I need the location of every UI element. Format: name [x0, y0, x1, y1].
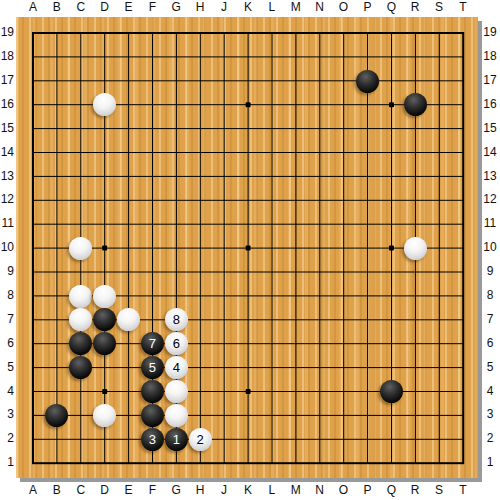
board-intersection-F2: 3 [140, 427, 164, 451]
stone-black-G2: 1 [165, 428, 188, 451]
stone-black-P17 [356, 70, 379, 93]
board-intersection-C5 [69, 356, 93, 380]
board-intersection-D6 [93, 332, 117, 356]
board-intersection-G7: 8 [164, 308, 188, 332]
coordinate-label: 9 [481, 260, 499, 284]
board-intersection-D8 [93, 284, 117, 308]
coordinate-label: 5 [0, 356, 14, 380]
stone-black-F6: 7 [141, 332, 164, 355]
column-labels-bottom: ABCDEFGHJKLMNOPQRST [21, 483, 475, 498]
board-intersection-C10 [69, 236, 93, 260]
stone-white-C10 [69, 237, 92, 260]
coordinate-label: 7 [0, 308, 14, 332]
board-intersection-G3 [164, 404, 188, 428]
stone-white-G3 [165, 404, 188, 427]
move-number: 3 [149, 433, 156, 446]
board-intersection-P17 [355, 69, 379, 93]
coordinate-label: 10 [481, 236, 499, 260]
coordinate-label: P [355, 0, 379, 15]
coordinate-label: 4 [481, 380, 499, 404]
coordinate-label: D [93, 0, 117, 15]
coordinate-label: 14 [0, 141, 14, 165]
move-number: 2 [197, 433, 204, 446]
coordinate-label: R [403, 0, 427, 15]
coordinate-label: L [260, 483, 284, 498]
board-intersection-D3 [93, 404, 117, 428]
board-intersection-D7 [93, 308, 117, 332]
move-number: 6 [173, 337, 180, 350]
coordinate-label: 2 [0, 427, 14, 451]
column-labels-top: ABCDEFGHJKLMNOPQRST [21, 0, 475, 15]
coordinate-label: 5 [481, 356, 499, 380]
board-intersection-G4 [164, 380, 188, 404]
stone-white-D8 [93, 285, 116, 308]
coordinate-label: 6 [0, 332, 14, 356]
coordinate-label: 13 [481, 165, 499, 189]
go-board: 75318642 [16, 17, 478, 478]
stone-black-B3 [45, 404, 68, 427]
stone-black-R16 [404, 93, 427, 116]
stones-layer: 75318642 [21, 21, 475, 475]
board-intersection-F4 [140, 380, 164, 404]
coordinate-label: P [355, 483, 379, 498]
coordinate-label: 12 [481, 188, 499, 212]
coordinate-label: T [451, 483, 475, 498]
coordinate-label: E [117, 483, 141, 498]
coordinate-label: 3 [0, 403, 14, 427]
coordinate-label: B [45, 0, 69, 15]
coordinate-label: M [284, 483, 308, 498]
stone-black-F4 [141, 380, 164, 403]
coordinate-label: N [308, 483, 332, 498]
stone-black-D7 [93, 308, 116, 331]
coordinate-label: K [236, 483, 260, 498]
coordinate-label: O [332, 483, 356, 498]
stone-black-Q4 [380, 380, 403, 403]
coordinate-label: N [308, 0, 332, 15]
coordinate-label: 17 [0, 69, 14, 93]
stone-black-F5: 5 [141, 356, 164, 379]
board-intersection-C6 [69, 332, 93, 356]
stone-white-G6: 6 [165, 332, 188, 355]
coordinate-label: 8 [481, 284, 499, 308]
coordinate-label: 17 [481, 69, 499, 93]
coordinate-label: A [21, 0, 45, 15]
coordinate-label: 4 [0, 380, 14, 404]
move-number: 1 [173, 433, 180, 446]
stone-white-E7 [117, 308, 140, 331]
go-diagram: ABCDEFGHJKLMNOPQRST ABCDEFGHJKLMNOPQRST … [0, 0, 500, 500]
coordinate-label: 1 [481, 451, 499, 475]
coordinate-label: 19 [0, 21, 14, 45]
stone-white-D3 [93, 404, 116, 427]
board-intersection-R10 [403, 236, 427, 260]
stone-white-H2: 2 [189, 428, 212, 451]
coordinate-label: 1 [0, 451, 14, 475]
coordinate-label: Q [379, 483, 403, 498]
coordinate-label: D [93, 483, 117, 498]
stone-black-C6 [69, 332, 92, 355]
coordinate-label: 2 [481, 427, 499, 451]
coordinate-label: G [164, 0, 188, 15]
coordinate-label: 15 [481, 117, 499, 141]
board-intersection-G6: 6 [164, 332, 188, 356]
coordinate-label: L [260, 0, 284, 15]
coordinate-label: 11 [0, 212, 14, 236]
board-intersection-F5: 5 [140, 356, 164, 380]
coordinate-label: 11 [481, 212, 499, 236]
coordinate-label: 3 [481, 403, 499, 427]
coordinate-label: 12 [0, 188, 14, 212]
board-intersection-F6: 7 [140, 332, 164, 356]
coordinate-label: F [140, 483, 164, 498]
move-number: 8 [173, 313, 180, 326]
move-number: 7 [149, 337, 156, 350]
coordinate-label: B [45, 483, 69, 498]
row-labels-left: 19181716151413121110987654321 [0, 21, 14, 475]
coordinate-label: C [69, 483, 93, 498]
coordinate-label: 6 [481, 332, 499, 356]
coordinate-label: 19 [481, 21, 499, 45]
coordinate-label: K [236, 0, 260, 15]
coordinate-label: 8 [0, 284, 14, 308]
stone-black-F2: 3 [141, 428, 164, 451]
move-number: 4 [173, 361, 180, 374]
board-intersection-R16 [403, 93, 427, 117]
board-intersection-D16 [93, 93, 117, 117]
stone-white-G5: 4 [165, 356, 188, 379]
coordinate-label: Q [379, 0, 403, 15]
coordinate-label: T [451, 0, 475, 15]
stone-black-D6 [93, 332, 116, 355]
stone-white-R10 [404, 237, 427, 260]
coordinate-label: J [212, 0, 236, 15]
stone-white-G7: 8 [165, 308, 188, 331]
board-intersection-G2: 1 [164, 427, 188, 451]
coordinate-label: S [427, 0, 451, 15]
coordinate-label: A [21, 483, 45, 498]
coordinate-label: 18 [481, 45, 499, 69]
coordinate-label: 18 [0, 45, 14, 69]
stone-white-G4 [165, 380, 188, 403]
board-intersection-B3 [45, 404, 69, 428]
coordinate-label: G [164, 483, 188, 498]
board-intersection-H2: 2 [188, 427, 212, 451]
board-intersection-G5: 4 [164, 356, 188, 380]
coordinate-label: H [188, 0, 212, 15]
coordinate-label: 13 [0, 165, 14, 189]
coordinate-label: 9 [0, 260, 14, 284]
coordinate-label: 10 [0, 236, 14, 260]
coordinate-label: R [403, 483, 427, 498]
coordinate-label: E [117, 0, 141, 15]
board-intersection-F3 [140, 404, 164, 428]
stone-black-F3 [141, 404, 164, 427]
move-number: 5 [149, 361, 156, 374]
stone-white-C7 [69, 308, 92, 331]
coordinate-label: H [188, 483, 212, 498]
stone-white-C8 [69, 285, 92, 308]
coordinate-label: O [332, 0, 356, 15]
row-labels-right: 19181716151413121110987654321 [481, 21, 499, 475]
coordinate-label: C [69, 0, 93, 15]
board-intersection-C8 [69, 284, 93, 308]
coordinate-label: J [212, 483, 236, 498]
board-intersection-C7 [69, 308, 93, 332]
coordinate-label: S [427, 483, 451, 498]
coordinate-label: 7 [481, 308, 499, 332]
coordinate-label: 16 [481, 93, 499, 117]
stone-white-D16 [93, 93, 116, 116]
coordinate-label: 15 [0, 117, 14, 141]
board-intersection-E7 [117, 308, 141, 332]
board-intersection-Q4 [379, 380, 403, 404]
coordinate-label: M [284, 0, 308, 15]
coordinate-label: 14 [481, 141, 499, 165]
coordinate-label: 16 [0, 93, 14, 117]
stone-black-C5 [69, 356, 92, 379]
coordinate-label: F [140, 0, 164, 15]
